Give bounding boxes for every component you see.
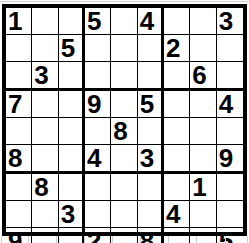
cell-r7c9[interactable] xyxy=(217,174,243,201)
cell-r4c8[interactable] xyxy=(190,91,216,118)
cell-r3c2[interactable]: 3 xyxy=(32,62,58,91)
cell-r5c6[interactable] xyxy=(138,118,164,145)
cell-r3c8[interactable]: 6 xyxy=(190,62,216,91)
cell-r5c4[interactable] xyxy=(85,118,111,145)
spreadsheet-background: 1543523679548843981349285 xyxy=(0,0,249,243)
cell-r4c1[interactable]: 7 xyxy=(6,91,32,118)
cell-r1c2[interactable] xyxy=(32,8,58,35)
cell-r8c2[interactable] xyxy=(32,201,58,228)
cell-r4c6[interactable]: 5 xyxy=(138,91,164,118)
cell-r8c5[interactable] xyxy=(111,201,137,228)
cell-r1c7[interactable] xyxy=(164,8,190,35)
cell-r2c3[interactable]: 5 xyxy=(59,35,85,62)
cell-r5c9[interactable] xyxy=(217,118,243,145)
cell-r2c1[interactable] xyxy=(6,35,32,62)
cell-r1c5[interactable] xyxy=(111,8,137,35)
cell-r5c8[interactable] xyxy=(190,118,216,145)
cell-r1c9[interactable]: 3 xyxy=(217,8,243,35)
cell-r9c3[interactable] xyxy=(59,228,85,243)
cell-r2c7[interactable]: 2 xyxy=(164,35,190,62)
cell-r4c2[interactable] xyxy=(32,91,58,118)
cell-r7c4[interactable] xyxy=(85,174,111,201)
cell-r6c5[interactable] xyxy=(111,145,137,174)
cell-r8c8[interactable] xyxy=(190,201,216,228)
cell-r7c8[interactable]: 1 xyxy=(190,174,216,201)
cell-r4c9[interactable]: 4 xyxy=(217,91,243,118)
cell-r1c3[interactable] xyxy=(59,8,85,35)
cell-r3c3[interactable] xyxy=(59,62,85,91)
spreadsheet-gridline-vertical xyxy=(84,236,85,243)
cell-r2c2[interactable] xyxy=(32,35,58,62)
cell-r5c1[interactable] xyxy=(6,118,32,145)
cell-r2c4[interactable] xyxy=(85,35,111,62)
cell-r6c8[interactable] xyxy=(190,145,216,174)
cell-r5c7[interactable] xyxy=(164,118,190,145)
cell-r3c7[interactable] xyxy=(164,62,190,91)
cell-r2c9[interactable] xyxy=(217,35,243,62)
cell-r1c8[interactable] xyxy=(190,8,216,35)
cell-r8c1[interactable] xyxy=(6,201,32,228)
cell-r3c6[interactable] xyxy=(138,62,164,91)
cell-r9c2[interactable] xyxy=(32,228,58,243)
cell-r9c5[interactable] xyxy=(111,228,137,243)
sudoku-board: 1543523679548843981349285 xyxy=(2,4,247,236)
cell-r6c7[interactable] xyxy=(164,145,190,174)
spreadsheet-gridline-vertical xyxy=(1,236,2,243)
cell-r3c9[interactable] xyxy=(217,62,243,91)
cell-r9c9[interactable]: 5 xyxy=(217,228,243,243)
cell-r7c2[interactable]: 8 xyxy=(32,174,58,201)
cell-r4c5[interactable] xyxy=(111,91,137,118)
cell-r5c2[interactable] xyxy=(32,118,58,145)
spreadsheet-gridline-vertical xyxy=(225,236,226,243)
cell-r1c4[interactable]: 5 xyxy=(85,8,111,35)
cell-r6c3[interactable] xyxy=(59,145,85,174)
cell-r9c8[interactable] xyxy=(190,228,216,243)
cell-r5c3[interactable] xyxy=(59,118,85,145)
cell-r2c8[interactable] xyxy=(190,35,216,62)
spreadsheet-gridline-vertical xyxy=(112,236,113,243)
cell-r9c4[interactable]: 2 xyxy=(85,228,111,243)
cell-r6c9[interactable]: 9 xyxy=(217,145,243,174)
cell-r7c6[interactable] xyxy=(138,174,164,201)
cell-r1c6[interactable]: 4 xyxy=(138,8,164,35)
spreadsheet-gridline-vertical xyxy=(56,236,57,243)
spreadsheet-gridline-vertical xyxy=(140,236,141,243)
cell-r8c3[interactable]: 3 xyxy=(59,201,85,228)
cell-r4c4[interactable]: 9 xyxy=(85,91,111,118)
cell-r2c6[interactable] xyxy=(138,35,164,62)
cell-r6c2[interactable] xyxy=(32,145,58,174)
spreadsheet-gridline-vertical xyxy=(28,236,29,243)
cell-r7c7[interactable] xyxy=(164,174,190,201)
cell-r1c1[interactable]: 1 xyxy=(6,8,32,35)
cell-r3c5[interactable] xyxy=(111,62,137,91)
cell-r3c4[interactable] xyxy=(85,62,111,91)
cell-r7c3[interactable] xyxy=(59,174,85,201)
cell-r7c1[interactable] xyxy=(6,174,32,201)
cell-r5c5[interactable]: 8 xyxy=(111,118,137,145)
spreadsheet-gridline-horizontal xyxy=(0,1,249,2)
cell-r8c7[interactable]: 4 xyxy=(164,201,190,228)
cell-r8c9[interactable] xyxy=(217,201,243,228)
cell-r9c6[interactable]: 8 xyxy=(138,228,164,243)
cell-r8c6[interactable] xyxy=(138,201,164,228)
cell-r7c5[interactable] xyxy=(111,174,137,201)
cell-r3c1[interactable] xyxy=(6,62,32,91)
spreadsheet-gridline-vertical xyxy=(247,236,248,243)
cell-r8c4[interactable] xyxy=(85,201,111,228)
cell-r4c3[interactable] xyxy=(59,91,85,118)
cell-r4c7[interactable] xyxy=(164,91,190,118)
cell-r6c6[interactable]: 3 xyxy=(138,145,164,174)
cell-r2c5[interactable] xyxy=(111,35,137,62)
cell-r6c4[interactable]: 4 xyxy=(85,145,111,174)
cell-r6c1[interactable]: 8 xyxy=(6,145,32,174)
spreadsheet-gridline-vertical xyxy=(196,236,197,243)
spreadsheet-gridline-vertical xyxy=(168,236,169,243)
